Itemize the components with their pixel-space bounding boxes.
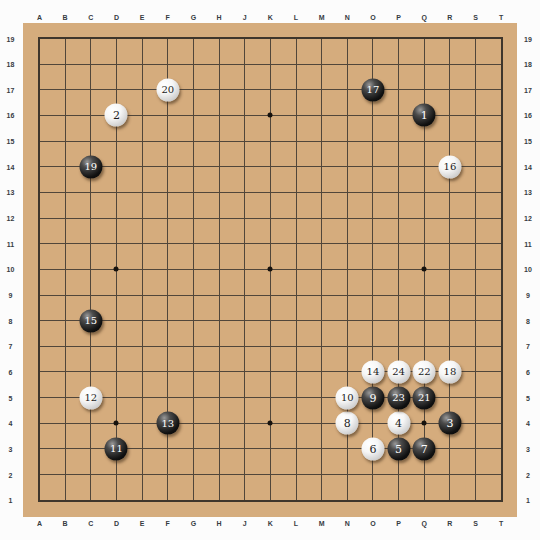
stone-white-P4[interactable]: 4: [387, 412, 410, 435]
move-number: 19: [84, 162, 97, 172]
coord-label-left: 4: [9, 420, 13, 427]
coord-label-right: 14: [524, 163, 532, 170]
move-number: 3: [446, 418, 453, 429]
move-number: 5: [395, 443, 402, 454]
coord-label-left: 19: [7, 35, 15, 42]
coord-label-right: 16: [524, 112, 532, 119]
coord-label-top: L: [294, 13, 298, 20]
move-number: 16: [444, 162, 457, 172]
coord-label-left: 15: [7, 138, 15, 145]
move-number: 18: [444, 367, 457, 377]
star-point: [268, 421, 273, 426]
star-point: [268, 113, 273, 118]
star-point: [422, 267, 427, 272]
move-number: 4: [395, 418, 402, 429]
coord-label-left: 1: [9, 497, 13, 504]
stone-white-O3[interactable]: 6: [361, 437, 384, 460]
star-point: [114, 421, 119, 426]
move-number: 2: [113, 110, 120, 121]
stone-black-Q3[interactable]: 7: [413, 437, 436, 460]
coord-label-top: H: [217, 13, 222, 20]
coord-label-left: 16: [7, 112, 15, 119]
coord-label-right: 9: [526, 292, 530, 299]
coord-label-top: R: [447, 13, 452, 20]
coord-label-right: 17: [524, 86, 532, 93]
star-point: [268, 267, 273, 272]
coord-label-top: N: [345, 13, 350, 20]
move-number: 15: [84, 316, 97, 326]
coord-label-left: 2: [9, 471, 13, 478]
star-point: [422, 421, 427, 426]
coord-label-left: 13: [7, 189, 15, 196]
coord-label-left: 9: [9, 292, 13, 299]
coord-label-bottom: K: [268, 519, 273, 526]
stone-white-D16[interactable]: 2: [105, 104, 128, 127]
coord-label-left: 5: [9, 394, 13, 401]
coord-label-top: A: [37, 13, 42, 20]
coord-label-left: 12: [7, 215, 15, 222]
stone-black-O5[interactable]: 9: [361, 386, 384, 409]
coord-label-top: K: [268, 13, 273, 20]
coord-label-top: Q: [422, 13, 427, 20]
coord-label-right: 10: [524, 266, 532, 273]
coord-label-bottom: F: [166, 519, 170, 526]
move-number: 13: [161, 418, 174, 428]
coord-label-bottom: J: [243, 519, 247, 526]
stone-black-C8[interactable]: 15: [79, 309, 102, 332]
coord-label-left: 14: [7, 163, 15, 170]
coord-label-bottom: O: [370, 519, 375, 526]
coord-label-bottom: M: [319, 519, 325, 526]
coord-label-right: 8: [526, 317, 530, 324]
coord-label-top: C: [88, 13, 93, 20]
move-number: 17: [367, 85, 380, 95]
coord-label-bottom: D: [114, 519, 119, 526]
coord-label-left: 3: [9, 445, 13, 452]
move-number: 10: [341, 393, 354, 403]
coord-label-top: D: [114, 13, 119, 20]
coord-label-bottom: L: [294, 519, 298, 526]
coord-label-bottom: H: [217, 519, 222, 526]
coord-label-bottom: C: [88, 519, 93, 526]
coord-label-top: P: [396, 13, 401, 20]
stone-white-C5[interactable]: 12: [79, 386, 102, 409]
coord-label-top: T: [499, 13, 503, 20]
coord-label-left: 7: [9, 343, 13, 350]
stone-white-P6[interactable]: 24: [387, 360, 410, 383]
coord-label-top: F: [166, 13, 170, 20]
move-number: 22: [418, 367, 431, 377]
coord-label-right: 2: [526, 471, 530, 478]
coord-label-left: 17: [7, 86, 15, 93]
coord-label-right: 13: [524, 189, 532, 196]
coord-label-bottom: B: [63, 519, 68, 526]
move-number: 11: [110, 444, 123, 454]
coord-label-left: 18: [7, 61, 15, 68]
move-number: 20: [161, 85, 174, 95]
stone-black-O17[interactable]: 17: [361, 78, 384, 101]
coord-label-left: 8: [9, 317, 13, 324]
coord-label-right: 15: [524, 138, 532, 145]
coord-label-right: 12: [524, 215, 532, 222]
move-number: 21: [418, 393, 431, 403]
stone-black-F4[interactable]: 13: [156, 412, 179, 435]
stone-black-P5[interactable]: 23: [387, 386, 410, 409]
star-point: [114, 267, 119, 272]
coord-label-bottom: N: [345, 519, 350, 526]
coord-label-bottom: Q: [422, 519, 427, 526]
move-number: 24: [392, 367, 405, 377]
coord-label-right: 19: [524, 35, 532, 42]
coord-label-right: 4: [526, 420, 530, 427]
go-kifu-diagram: AABBCCDDEEFFGGHHJJKKLLMMNNOOPPQQRRSSTT19…: [0, 0, 540, 540]
coord-label-bottom: T: [499, 519, 503, 526]
coord-label-top: E: [140, 13, 145, 20]
coord-label-top: G: [191, 13, 196, 20]
coord-label-bottom: E: [140, 519, 145, 526]
stone-white-Q6[interactable]: 22: [413, 360, 436, 383]
coord-label-right: 3: [526, 445, 530, 452]
coord-label-right: 5: [526, 394, 530, 401]
coord-label-left: 6: [9, 368, 13, 375]
move-number: 23: [392, 393, 405, 403]
stone-white-N5[interactable]: 10: [336, 386, 359, 409]
move-number: 1: [421, 110, 428, 121]
coord-label-left: 11: [7, 240, 14, 247]
coord-label-bottom: S: [473, 519, 478, 526]
coord-label-bottom: A: [37, 519, 42, 526]
move-number: 7: [421, 443, 428, 454]
stone-black-R4[interactable]: 3: [438, 412, 461, 435]
coord-label-top: J: [243, 13, 247, 20]
stone-black-P3[interactable]: 5: [387, 437, 410, 460]
coord-label-bottom: P: [396, 519, 401, 526]
stone-black-Q16[interactable]: 1: [413, 104, 436, 127]
coord-label-top: M: [319, 13, 325, 20]
move-number: 9: [369, 392, 376, 403]
coord-label-right: 1: [526, 497, 530, 504]
move-number: 12: [84, 393, 97, 403]
stone-black-C14[interactable]: 19: [79, 155, 102, 178]
move-number: 8: [344, 418, 351, 429]
coord-label-top: O: [370, 13, 375, 20]
coord-label-right: 18: [524, 61, 532, 68]
stone-black-Q5[interactable]: 21: [413, 386, 436, 409]
coord-label-right: 11: [524, 240, 531, 247]
stone-white-F17[interactable]: 20: [156, 78, 179, 101]
stone-white-N4[interactable]: 8: [336, 412, 359, 435]
coord-label-bottom: G: [191, 519, 196, 526]
coord-label-top: S: [473, 13, 478, 20]
move-number: 14: [367, 367, 380, 377]
stone-white-R6[interactable]: 18: [438, 360, 461, 383]
stone-white-R14[interactable]: 16: [438, 155, 461, 178]
coord-label-right: 7: [526, 343, 530, 350]
stone-black-D3[interactable]: 11: [105, 437, 128, 460]
move-number: 6: [369, 443, 376, 454]
coord-label-bottom: R: [447, 519, 452, 526]
coord-label-right: 6: [526, 368, 530, 375]
coord-label-top: B: [63, 13, 68, 20]
stone-white-O6[interactable]: 14: [361, 360, 384, 383]
coord-label-left: 10: [7, 266, 15, 273]
